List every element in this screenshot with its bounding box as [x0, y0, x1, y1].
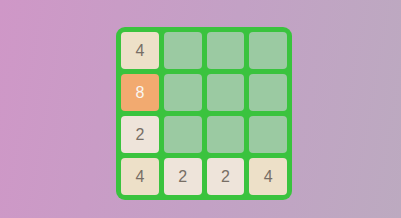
empty-cell — [164, 74, 202, 111]
tile-4: 4 — [249, 158, 287, 195]
empty-cell — [249, 32, 287, 69]
empty-cell — [249, 74, 287, 111]
empty-cell — [207, 74, 245, 111]
empty-cell — [249, 116, 287, 153]
empty-cell — [207, 32, 245, 69]
empty-cell — [207, 116, 245, 153]
empty-cell — [164, 32, 202, 69]
empty-cell — [164, 116, 202, 153]
game-board-2048[interactable]: 4824224 — [116, 27, 292, 200]
tile-8: 8 — [121, 74, 159, 111]
tile-2: 2 — [207, 158, 245, 195]
tile-4: 4 — [121, 32, 159, 69]
app-background: 4824224 — [0, 0, 401, 218]
tile-2: 2 — [164, 158, 202, 195]
tile-4: 4 — [121, 158, 159, 195]
tile-2: 2 — [121, 116, 159, 153]
